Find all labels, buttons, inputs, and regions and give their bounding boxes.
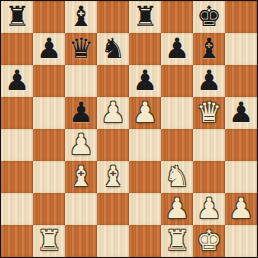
square-f8[interactable] [161,1,193,33]
white-pawn-f2[interactable]: ♟ [161,193,193,225]
black-rook-e8[interactable]: ♜ [129,1,161,33]
black-queen-c7[interactable]: ♛ [65,33,97,65]
black-bishop-g7[interactable]: ♝ [193,33,225,65]
white-bishop-d3[interactable]: ♝ [97,161,129,193]
white-rook-b1[interactable]: ♜ [33,225,65,257]
square-b8[interactable] [33,1,65,33]
square-g7[interactable]: ♝ [193,33,225,65]
white-bishop-c3[interactable]: ♝ [65,161,97,193]
square-c7[interactable]: ♛ [65,33,97,65]
square-h4[interactable] [225,129,257,161]
white-pawn-h2[interactable]: ♟ [225,193,257,225]
square-f1[interactable]: ♜ [161,225,193,257]
white-queen-g5[interactable]: ♛ [193,97,225,129]
black-pawn-h5[interactable]: ♟ [225,97,257,129]
square-d1[interactable] [97,225,129,257]
square-a7[interactable] [1,33,33,65]
square-f5[interactable] [161,97,193,129]
chess-board: ♜♝♜♚♟♛♞♟♝♟♟♟♟♟♟♛♟♟♝♝♞♟♟♟♜♜♚ [1,1,257,257]
square-e4[interactable] [129,129,161,161]
square-b1[interactable]: ♜ [33,225,65,257]
white-rook-f1[interactable]: ♜ [161,225,193,257]
square-f3[interactable]: ♞ [161,161,193,193]
square-g3[interactable] [193,161,225,193]
black-knight-d7[interactable]: ♞ [97,33,129,65]
square-a6[interactable]: ♟ [1,65,33,97]
white-knight-f3[interactable]: ♞ [161,161,193,193]
black-pawn-g6[interactable]: ♟ [193,65,225,97]
black-pawn-f7[interactable]: ♟ [161,33,193,65]
square-b7[interactable]: ♟ [33,33,65,65]
black-pawn-a6[interactable]: ♟ [1,65,33,97]
black-pawn-c5[interactable]: ♟ [65,97,97,129]
white-pawn-c4[interactable]: ♟ [65,129,97,161]
square-g4[interactable] [193,129,225,161]
square-c5[interactable]: ♟ [65,97,97,129]
square-b6[interactable] [33,65,65,97]
square-b4[interactable] [33,129,65,161]
white-king-g1[interactable]: ♚ [193,225,225,257]
square-f4[interactable] [161,129,193,161]
black-rook-a8[interactable]: ♜ [1,1,33,33]
square-d3[interactable]: ♝ [97,161,129,193]
square-a1[interactable] [1,225,33,257]
square-c4[interactable]: ♟ [65,129,97,161]
square-h7[interactable] [225,33,257,65]
square-d6[interactable] [97,65,129,97]
square-g1[interactable]: ♚ [193,225,225,257]
square-h8[interactable] [225,1,257,33]
square-h1[interactable] [225,225,257,257]
white-pawn-d5[interactable]: ♟ [97,97,129,129]
square-c6[interactable] [65,65,97,97]
square-h2[interactable]: ♟ [225,193,257,225]
square-f7[interactable]: ♟ [161,33,193,65]
chess-board-frame: ♜♝♜♚♟♛♞♟♝♟♟♟♟♟♟♛♟♟♝♝♞♟♟♟♜♜♚ [0,0,258,258]
square-c2[interactable] [65,193,97,225]
square-e5[interactable]: ♟ [129,97,161,129]
square-f6[interactable] [161,65,193,97]
square-d4[interactable] [97,129,129,161]
square-g8[interactable]: ♚ [193,1,225,33]
square-e6[interactable]: ♟ [129,65,161,97]
square-d2[interactable] [97,193,129,225]
square-h6[interactable] [225,65,257,97]
white-pawn-e5[interactable]: ♟ [129,97,161,129]
square-b5[interactable] [33,97,65,129]
black-king-g8[interactable]: ♚ [193,1,225,33]
black-pawn-b7[interactable]: ♟ [33,33,65,65]
square-g2[interactable]: ♟ [193,193,225,225]
square-a2[interactable] [1,193,33,225]
white-pawn-g2[interactable]: ♟ [193,193,225,225]
square-d7[interactable]: ♞ [97,33,129,65]
square-h3[interactable] [225,161,257,193]
square-e1[interactable] [129,225,161,257]
square-h5[interactable]: ♟ [225,97,257,129]
square-a8[interactable]: ♜ [1,1,33,33]
square-d5[interactable]: ♟ [97,97,129,129]
square-g6[interactable]: ♟ [193,65,225,97]
square-a5[interactable] [1,97,33,129]
square-d8[interactable] [97,1,129,33]
square-b3[interactable] [33,161,65,193]
square-c3[interactable]: ♝ [65,161,97,193]
square-e7[interactable] [129,33,161,65]
square-e3[interactable] [129,161,161,193]
square-f2[interactable]: ♟ [161,193,193,225]
black-bishop-c8[interactable]: ♝ [65,1,97,33]
square-a4[interactable] [1,129,33,161]
black-pawn-e6[interactable]: ♟ [129,65,161,97]
square-e2[interactable] [129,193,161,225]
square-g5[interactable]: ♛ [193,97,225,129]
square-c8[interactable]: ♝ [65,1,97,33]
square-c1[interactable] [65,225,97,257]
square-a3[interactable] [1,161,33,193]
square-e8[interactable]: ♜ [129,1,161,33]
square-b2[interactable] [33,193,65,225]
